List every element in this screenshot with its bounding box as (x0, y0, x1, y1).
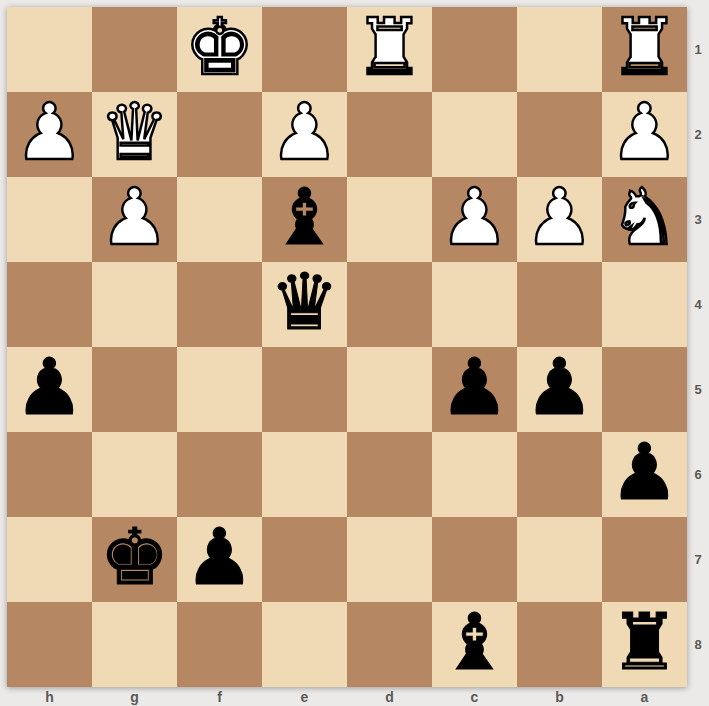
square-a6[interactable]: ♟ (602, 432, 687, 517)
square-f3[interactable] (177, 177, 262, 262)
rank-label-6: 6 (687, 432, 709, 517)
square-h2[interactable]: ♟ (7, 92, 92, 177)
rank-label-2: 2 (687, 92, 709, 177)
square-f8[interactable] (177, 602, 262, 687)
square-d3[interactable] (347, 177, 432, 262)
file-label-g: g (92, 687, 177, 706)
square-b3[interactable]: ♟ (517, 177, 602, 262)
white-knight-a3[interactable]: ♞ (610, 178, 680, 256)
square-e5[interactable] (262, 347, 347, 432)
file-label-a: a (602, 687, 687, 706)
black-queen-e4[interactable]: ♛ (270, 263, 340, 341)
rank-label-1: 1 (687, 7, 709, 92)
square-h4[interactable] (7, 262, 92, 347)
square-f5[interactable] (177, 347, 262, 432)
square-a2[interactable]: ♟ (602, 92, 687, 177)
square-g7[interactable]: ♚ (92, 517, 177, 602)
white-king-f1[interactable]: ♚ (185, 8, 255, 86)
square-h7[interactable] (7, 517, 92, 602)
square-e8[interactable] (262, 602, 347, 687)
black-pawn-h5[interactable]: ♟ (15, 348, 85, 426)
square-c7[interactable] (432, 517, 517, 602)
square-h5[interactable]: ♟ (7, 347, 92, 432)
file-labels: hgfedcba (7, 687, 687, 706)
white-pawn-g3[interactable]: ♟ (100, 178, 170, 256)
square-b8[interactable] (517, 602, 602, 687)
square-f6[interactable] (177, 432, 262, 517)
square-c3[interactable]: ♟ (432, 177, 517, 262)
black-pawn-a6[interactable]: ♟ (610, 433, 680, 511)
square-b2[interactable] (517, 92, 602, 177)
square-g2[interactable]: ♛ (92, 92, 177, 177)
square-f4[interactable] (177, 262, 262, 347)
square-d2[interactable] (347, 92, 432, 177)
square-d1[interactable]: ♜ (347, 7, 432, 92)
square-b7[interactable] (517, 517, 602, 602)
black-bishop-e3[interactable]: ♝ (270, 178, 340, 256)
square-a4[interactable] (602, 262, 687, 347)
rank-label-4: 4 (687, 262, 709, 347)
square-c6[interactable] (432, 432, 517, 517)
square-e7[interactable] (262, 517, 347, 602)
black-rook-a8[interactable]: ♜ (610, 603, 680, 681)
white-pawn-b3[interactable]: ♟ (525, 178, 595, 256)
square-g1[interactable] (92, 7, 177, 92)
white-pawn-h2[interactable]: ♟ (15, 93, 85, 171)
square-g8[interactable] (92, 602, 177, 687)
square-g5[interactable] (92, 347, 177, 432)
file-label-b: b (517, 687, 602, 706)
white-pawn-c3[interactable]: ♟ (440, 178, 510, 256)
square-b6[interactable] (517, 432, 602, 517)
square-a7[interactable] (602, 517, 687, 602)
rank-labels: 12345678 (687, 7, 709, 687)
black-bishop-c8[interactable]: ♝ (440, 603, 510, 681)
black-pawn-b5[interactable]: ♟ (525, 348, 595, 426)
square-d5[interactable] (347, 347, 432, 432)
square-f7[interactable]: ♟ (177, 517, 262, 602)
rank-label-7: 7 (687, 517, 709, 602)
square-h6[interactable] (7, 432, 92, 517)
square-g3[interactable]: ♟ (92, 177, 177, 262)
square-h3[interactable] (7, 177, 92, 262)
square-b1[interactable] (517, 7, 602, 92)
square-e6[interactable] (262, 432, 347, 517)
white-pawn-a2[interactable]: ♟ (610, 93, 680, 171)
square-g6[interactable] (92, 432, 177, 517)
file-label-h: h (7, 687, 92, 706)
square-f2[interactable] (177, 92, 262, 177)
file-label-d: d (347, 687, 432, 706)
square-e2[interactable]: ♟ (262, 92, 347, 177)
file-label-c: c (432, 687, 517, 706)
rank-label-5: 5 (687, 347, 709, 432)
black-pawn-c5[interactable]: ♟ (440, 348, 510, 426)
square-c2[interactable] (432, 92, 517, 177)
chess-board: ♚♜♜♟♛♟♟♟♝♟♟♞♛♟♟♟♟♚♟♝♜ (7, 7, 687, 687)
square-c5[interactable]: ♟ (432, 347, 517, 432)
square-e3[interactable]: ♝ (262, 177, 347, 262)
square-g4[interactable] (92, 262, 177, 347)
black-pawn-f7[interactable]: ♟ (185, 518, 255, 596)
square-h1[interactable] (7, 7, 92, 92)
square-f1[interactable]: ♚ (177, 7, 262, 92)
white-rook-d1[interactable]: ♜ (355, 8, 425, 86)
file-label-e: e (262, 687, 347, 706)
white-queen-g2[interactable]: ♛ (100, 93, 170, 171)
square-b5[interactable]: ♟ (517, 347, 602, 432)
white-rook-a1[interactable]: ♜ (610, 8, 680, 86)
rank-label-3: 3 (687, 177, 709, 262)
square-e4[interactable]: ♛ (262, 262, 347, 347)
file-label-f: f (177, 687, 262, 706)
white-pawn-e2[interactable]: ♟ (270, 93, 340, 171)
square-d8[interactable] (347, 602, 432, 687)
square-e1[interactable] (262, 7, 347, 92)
square-d4[interactable] (347, 262, 432, 347)
square-d6[interactable] (347, 432, 432, 517)
square-a1[interactable]: ♜ (602, 7, 687, 92)
square-a3[interactable]: ♞ (602, 177, 687, 262)
square-b4[interactable] (517, 262, 602, 347)
square-h8[interactable] (7, 602, 92, 687)
black-king-g7[interactable]: ♚ (100, 518, 170, 596)
rank-label-8: 8 (687, 602, 709, 687)
square-a5[interactable] (602, 347, 687, 432)
square-c1[interactable] (432, 7, 517, 92)
square-d7[interactable] (347, 517, 432, 602)
square-c8[interactable]: ♝ (432, 602, 517, 687)
square-c4[interactable] (432, 262, 517, 347)
square-a8[interactable]: ♜ (602, 602, 687, 687)
